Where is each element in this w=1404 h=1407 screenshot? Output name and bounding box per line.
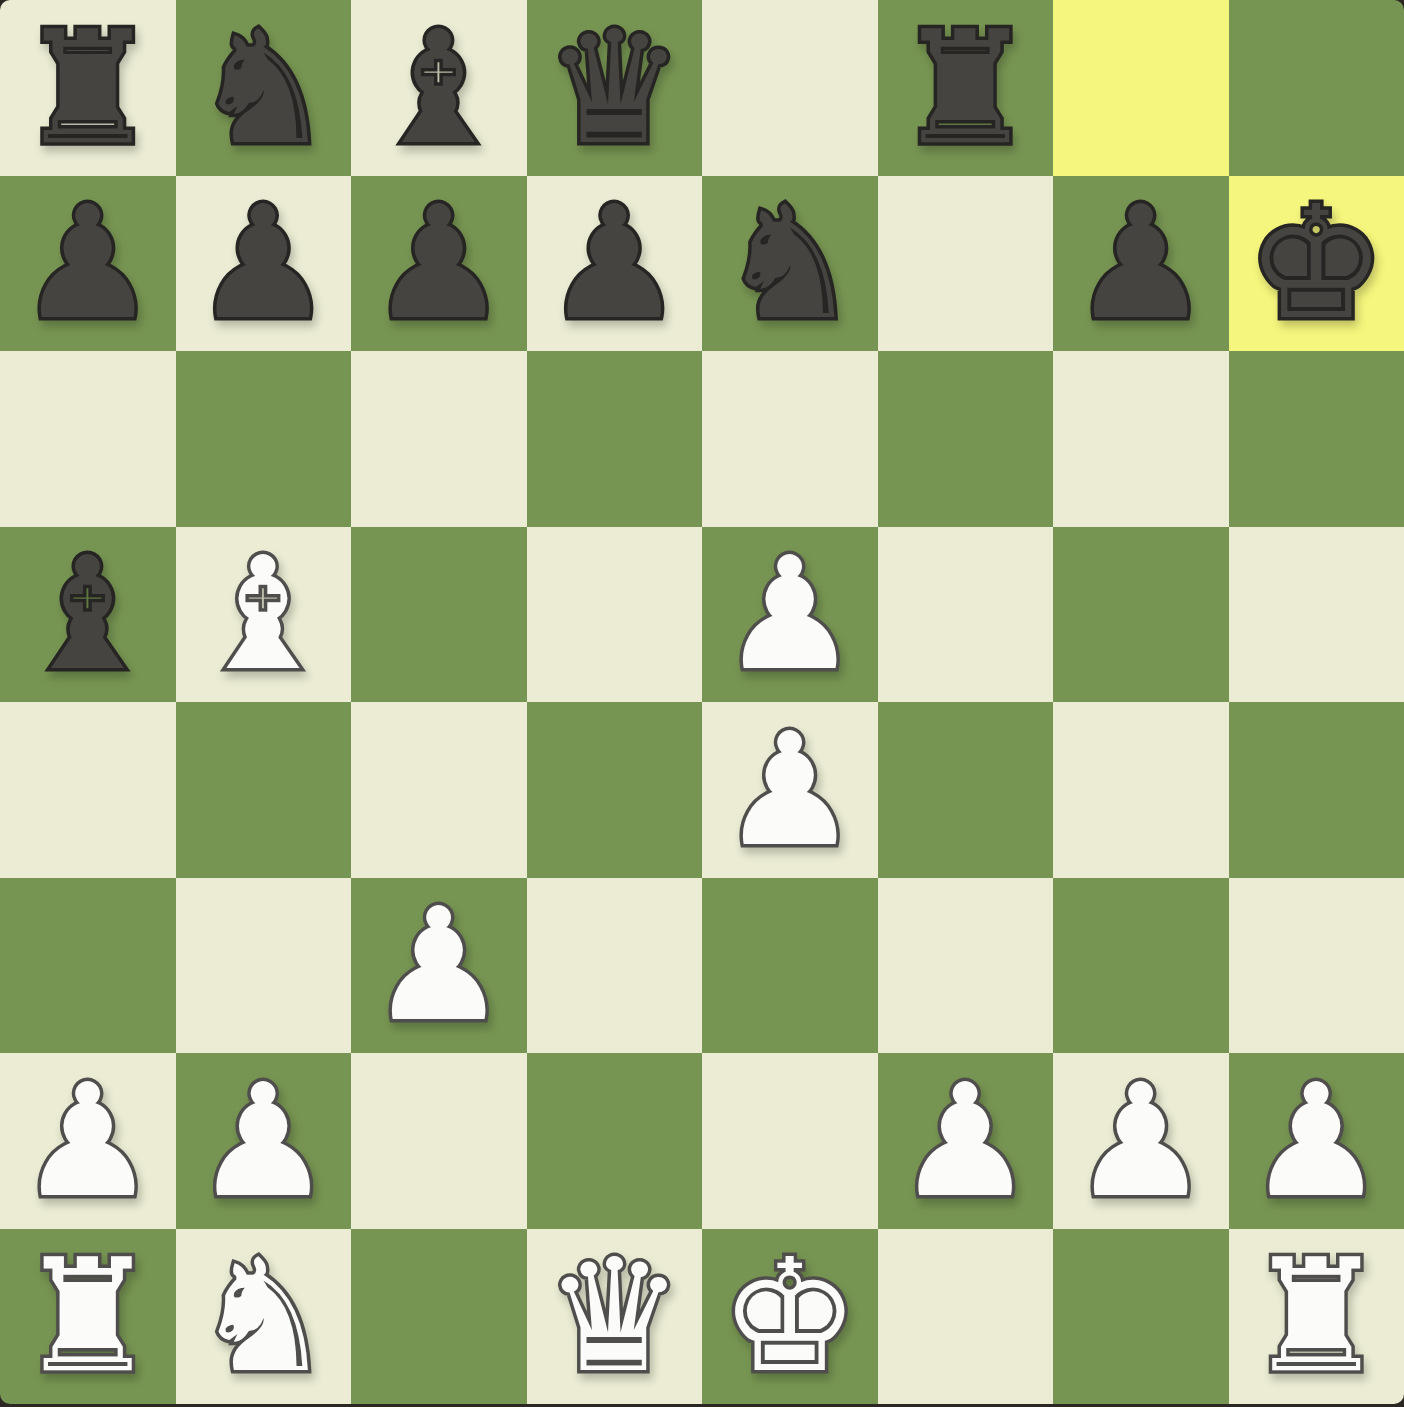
square-e4[interactable]: ♟ [702,702,878,878]
square-d4[interactable] [527,702,703,878]
square-e1[interactable]: ♚ [702,1229,878,1405]
white-bishop-b5[interactable]: ♝ [193,536,333,692]
square-f6[interactable] [878,351,1054,527]
square-d7[interactable]: ♟ [527,176,703,352]
square-g8[interactable] [1053,0,1229,176]
square-d2[interactable] [527,1053,703,1229]
black-rook-f8[interactable]: ♜ [895,10,1035,166]
black-queen-d8[interactable]: ♛ [544,10,684,166]
white-pawn-g2[interactable]: ♟ [1071,1063,1211,1219]
square-c3[interactable]: ♟ [351,878,527,1054]
square-e8[interactable] [702,0,878,176]
square-d8[interactable]: ♛ [527,0,703,176]
square-f8[interactable]: ♜ [878,0,1054,176]
square-a2[interactable]: ♟ [0,1053,176,1229]
square-c4[interactable] [351,702,527,878]
white-pawn-e4[interactable]: ♟ [720,712,860,868]
black-pawn-a7[interactable]: ♟ [18,185,158,341]
square-d6[interactable] [527,351,703,527]
square-b1[interactable]: ♞ [176,1229,352,1405]
white-rook-h1[interactable]: ♜ [1246,1238,1386,1394]
black-knight-e7[interactable]: ♞ [720,185,860,341]
square-g7[interactable]: ♟ [1053,176,1229,352]
white-knight-b1[interactable]: ♞ [193,1238,333,1394]
black-pawn-c7[interactable]: ♟ [369,185,509,341]
square-d3[interactable] [527,878,703,1054]
square-d1[interactable]: ♛ [527,1229,703,1405]
square-c7[interactable]: ♟ [351,176,527,352]
square-f5[interactable] [878,527,1054,703]
square-h6[interactable] [1229,351,1404,527]
square-h4[interactable] [1229,702,1404,878]
square-h2[interactable]: ♟ [1229,1053,1404,1229]
square-f1[interactable] [878,1229,1054,1405]
white-pawn-f2[interactable]: ♟ [895,1063,1035,1219]
square-e5[interactable]: ♟ [702,527,878,703]
black-pawn-g7[interactable]: ♟ [1071,185,1211,341]
square-f4[interactable] [878,702,1054,878]
square-b7[interactable]: ♟ [176,176,352,352]
white-pawn-a2[interactable]: ♟ [18,1063,158,1219]
black-rook-a8[interactable]: ♜ [18,10,158,166]
black-king-h7[interactable]: ♚ [1246,185,1386,341]
square-h3[interactable] [1229,878,1404,1054]
square-b2[interactable]: ♟ [176,1053,352,1229]
square-b3[interactable] [176,878,352,1054]
square-a6[interactable] [0,351,176,527]
square-c6[interactable] [351,351,527,527]
square-c8[interactable]: ♝ [351,0,527,176]
square-c1[interactable] [351,1229,527,1405]
square-g1[interactable] [1053,1229,1229,1405]
square-e2[interactable] [702,1053,878,1229]
square-a1[interactable]: ♜ [0,1229,176,1405]
square-b4[interactable] [176,702,352,878]
white-pawn-c3[interactable]: ♟ [369,887,509,1043]
square-d5[interactable] [527,527,703,703]
white-rook-a1[interactable]: ♜ [18,1238,158,1394]
square-b6[interactable] [176,351,352,527]
square-b8[interactable]: ♞ [176,0,352,176]
square-h1[interactable]: ♜ [1229,1229,1404,1405]
square-f2[interactable]: ♟ [878,1053,1054,1229]
white-king-e1[interactable]: ♚ [720,1238,860,1394]
black-bishop-c8[interactable]: ♝ [369,10,509,166]
white-pawn-b2[interactable]: ♟ [193,1063,333,1219]
square-a5[interactable]: ♝ [0,527,176,703]
square-f3[interactable] [878,878,1054,1054]
square-g4[interactable] [1053,702,1229,878]
square-e6[interactable] [702,351,878,527]
black-knight-b8[interactable]: ♞ [193,10,333,166]
square-h8[interactable] [1229,0,1404,176]
square-c2[interactable] [351,1053,527,1229]
white-queen-d1[interactable]: ♛ [544,1238,684,1394]
square-g2[interactable]: ♟ [1053,1053,1229,1229]
square-a4[interactable] [0,702,176,878]
square-g3[interactable] [1053,878,1229,1054]
black-pawn-b7[interactable]: ♟ [193,185,333,341]
square-c5[interactable] [351,527,527,703]
black-pawn-d7[interactable]: ♟ [544,185,684,341]
chess-board: ♜♞♝♛♜♟♟♟♟♞♟♚♝♝♟♟♟♟♟♟♟♟♜♞♛♚♜ [0,0,1404,1404]
square-g5[interactable] [1053,527,1229,703]
square-a8[interactable]: ♜ [0,0,176,176]
square-a3[interactable] [0,878,176,1054]
square-h5[interactable] [1229,527,1404,703]
white-pawn-h2[interactable]: ♟ [1246,1063,1386,1219]
square-f7[interactable] [878,176,1054,352]
square-b5[interactable]: ♝ [176,527,352,703]
square-e3[interactable] [702,878,878,1054]
black-bishop-a5[interactable]: ♝ [18,536,158,692]
square-h7[interactable]: ♚ [1229,176,1404,352]
white-pawn-e5[interactable]: ♟ [720,536,860,692]
square-g6[interactable] [1053,351,1229,527]
square-a7[interactable]: ♟ [0,176,176,352]
square-e7[interactable]: ♞ [702,176,878,352]
